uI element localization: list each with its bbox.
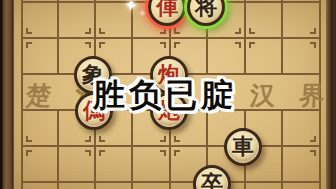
point-marker [310,28,316,34]
grid-line [244,0,246,75]
point-marker [235,28,241,34]
grid-line [281,109,283,189]
point-marker [174,28,180,34]
piece-character: 卒 [201,173,223,189]
grid-line [21,0,23,189]
point-marker [85,28,91,34]
point-marker [26,150,32,156]
point-marker [174,42,180,48]
point-marker [310,42,316,48]
point-marker [160,28,166,34]
point-marker [85,150,91,156]
point-marker [99,150,105,156]
grid-line [57,109,59,189]
piece-character: 俥 [156,0,178,18]
point-marker [174,136,180,142]
point-marker [26,28,32,34]
piece-character: 将 [195,0,217,18]
game-result-banner: 胜负已腚 [93,74,237,118]
point-marker [160,42,166,48]
point-marker [160,150,166,156]
grid-line [21,181,321,183]
point-marker [310,150,316,156]
river-label-right: 汉 界 [249,79,335,112]
sparkle-small-icon: ✧ [139,9,146,18]
point-marker [26,42,32,48]
grid-line [57,0,59,75]
point-marker [99,136,105,142]
point-marker [85,42,91,48]
point-marker [235,42,241,48]
piece-black-chariot[interactable]: 車 [224,128,262,166]
point-marker [249,42,255,48]
piece-character: 車 [232,136,254,158]
point-marker [26,136,32,142]
grid-line [131,109,133,189]
grid-line [21,37,321,39]
grid-line [281,0,283,75]
point-marker [249,28,255,34]
grid-line [21,145,321,147]
point-marker [310,136,316,142]
point-marker [99,42,105,48]
board-frame-right [326,0,336,189]
point-marker [99,28,105,34]
board-frame-left [0,0,14,189]
xiangqi-board: 楚 河 汉 界 俥将象炮傌炮車卒 ✦ ✧ 胜负已腚 [0,0,336,189]
point-marker [160,136,166,142]
point-marker [85,136,91,142]
point-marker [174,150,180,156]
